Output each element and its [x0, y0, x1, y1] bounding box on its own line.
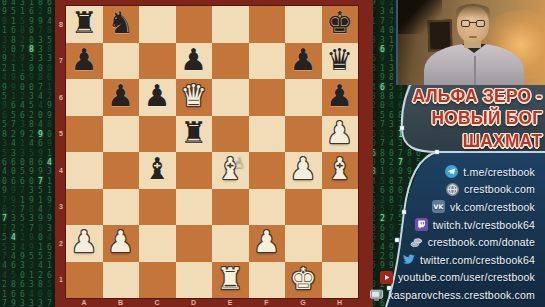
file-label-H: H: [334, 299, 346, 306]
file-label-E: E: [224, 299, 236, 306]
square-c8: [139, 6, 176, 43]
link-label: t.me/crestbook: [463, 166, 535, 178]
title-line-2: НОВЫЙ БОГ: [412, 107, 542, 129]
presenter-mouth: [469, 36, 477, 38]
square-d7: ♟: [176, 43, 213, 80]
square-b7: [103, 43, 140, 80]
square-f7: [249, 43, 286, 80]
square-d2: [176, 225, 213, 262]
piece-black-rook-d5: ♜: [180, 118, 207, 148]
twitter-icon: [402, 253, 415, 266]
thumbnail-canvas: { "game": "chess", "position": { "fen": …: [0, 0, 545, 307]
glasses: [461, 20, 485, 27]
square-g4: ♟: [285, 152, 322, 189]
square-a8: ♜: [66, 6, 103, 43]
square-g7: ♟: [285, 43, 322, 80]
link-label: vk.com/crestbook: [450, 201, 535, 213]
square-h5: ♟: [322, 116, 359, 153]
rank-label-4: 4: [57, 167, 65, 174]
link-telegram[interactable]: t.me/crestbook: [380, 163, 540, 181]
square-d4: [176, 152, 213, 189]
link-tv[interactable]: kasparovchess.crestbook.com: [380, 286, 540, 304]
square-e8: [212, 6, 249, 43]
square-h7: ♛: [322, 43, 359, 80]
file-label-A: A: [78, 299, 90, 306]
square-e2: [212, 225, 249, 262]
square-b2: ♟: [103, 225, 140, 262]
piece-white-king-g1: ♚: [290, 264, 317, 294]
square-h3: [322, 189, 359, 226]
link-youtube[interactable]: youtube.com/user/crestbook: [380, 269, 540, 287]
square-b3: [103, 189, 140, 226]
piece-black-rook-a8: ♜: [71, 8, 98, 38]
link-label: crestbook.com/donate: [428, 236, 535, 248]
square-b8: ♞: [103, 6, 140, 43]
link-donate[interactable]: crestbook.com/donate: [380, 233, 540, 251]
donate-icon: [410, 236, 423, 249]
piece-black-king-h8: ♚: [326, 8, 353, 38]
piece-black-pawn-a7: ♟: [71, 45, 98, 75]
square-g6: [285, 79, 322, 116]
square-a3: [66, 189, 103, 226]
piece-black-pawn-d7: ♟: [180, 45, 207, 75]
square-d3: [176, 189, 213, 226]
square-e3: [212, 189, 249, 226]
webcam-video: [396, 0, 545, 85]
tv-icon: [370, 288, 383, 301]
square-a7: ♟: [66, 43, 103, 80]
square-a1: [66, 262, 103, 299]
square-f8: [249, 6, 286, 43]
square-f1: [249, 262, 286, 299]
piece-black-pawn-b6: ♟: [107, 81, 134, 111]
piece-black-pawn-h6: ♟: [326, 81, 353, 111]
square-f2: ♟: [249, 225, 286, 262]
sweater-zipper: [474, 56, 476, 85]
square-h4: ♝: [322, 152, 359, 189]
file-label-G: G: [297, 299, 309, 306]
square-c5: [139, 116, 176, 153]
file-label-F: F: [261, 299, 273, 306]
square-c1: [139, 262, 176, 299]
link-label: twitter.com/crestbook64: [420, 254, 535, 266]
square-g1: ♚: [285, 262, 322, 299]
vk-icon: VK: [432, 200, 445, 213]
square-c3: [139, 189, 176, 226]
square-c4: ♝: [139, 152, 176, 189]
square-d6: ♛: [176, 79, 213, 116]
square-g3: [285, 189, 322, 226]
square-c7: [139, 43, 176, 80]
piece-black-knight-b8: ♞: [107, 8, 134, 38]
square-g2: [285, 225, 322, 262]
square-f6: [249, 79, 286, 116]
rank-label-7: 7: [57, 57, 65, 64]
twitch-icon: [415, 218, 428, 231]
file-label-D: D: [188, 299, 200, 306]
rank-label-3: 3: [57, 203, 65, 210]
stream-title: АЛЬФА ЗЕРО - НОВЫЙ БОГ ШАХМАТ: [412, 85, 542, 152]
square-e1: ♜: [212, 262, 249, 299]
square-b5: [103, 116, 140, 153]
square-c2: [139, 225, 176, 262]
chess-board: ♜♞♚♟♟♟♛♟♟♛♟♜♟♝♝♟♝♟♟♟♜♚ 87654321ABCDEFGH …: [55, 0, 373, 307]
rank-label-8: 8: [57, 21, 65, 28]
piece-white-pawn-h5: ♟: [326, 118, 353, 148]
square-b6: ♟: [103, 79, 140, 116]
square-d8: [176, 6, 213, 43]
piece-black-queen-h7: ♛: [326, 45, 353, 75]
file-label-C: C: [151, 299, 163, 306]
piece-black-pawn-c6: ♟: [144, 81, 171, 111]
square-a2: ♟: [66, 225, 103, 262]
presenter-torso: [424, 44, 524, 85]
square-d5: ♜: [176, 116, 213, 153]
piece-white-pawn-g4: ♟: [290, 154, 317, 184]
square-f4: [249, 152, 286, 189]
rank-label-1: 1: [57, 276, 65, 283]
piece-white-queen-d6: ♛: [180, 81, 207, 111]
shadow-corner: [398, 0, 442, 34]
square-e7: [212, 43, 249, 80]
board-grid: ♜♞♚♟♟♟♛♟♟♛♟♜♟♝♝♟♝♟♟♟♜♚: [66, 6, 358, 298]
piece-white-pawn-a2: ♟: [71, 227, 98, 257]
link-twitter[interactable]: twitter.com/crestbook64: [380, 251, 540, 269]
square-e5: [212, 116, 249, 153]
social-links-panel: t.me/crestbookcrestbook.comVKvk.com/cres…: [380, 163, 540, 304]
square-f5: [249, 116, 286, 153]
square-b4: [103, 152, 140, 189]
presenter-hair: [456, 4, 490, 18]
link-twitch[interactable]: twitch.tv/crestbook64: [380, 216, 540, 234]
square-d1: [176, 262, 213, 299]
rank-label-6: 6: [57, 94, 65, 101]
link-vk[interactable]: VKvk.com/crestbook: [380, 198, 540, 216]
globe-icon: [446, 183, 459, 196]
square-g5: [285, 116, 322, 153]
youtube-icon: [380, 271, 393, 284]
square-h2: [322, 225, 359, 262]
square-a4: [66, 152, 103, 189]
telegram-icon: [445, 165, 458, 178]
link-label: youtube.com/user/crestbook: [398, 271, 535, 283]
svg-text:VK: VK: [434, 204, 444, 211]
square-h6: ♟: [322, 79, 359, 116]
piece-white-pawn-b2: ♟: [107, 227, 134, 257]
square-c6: ♟: [139, 79, 176, 116]
link-label: twitch.tv/crestbook64: [433, 219, 535, 231]
link-label: crestbook.com: [464, 183, 535, 195]
title-line-3: ШАХМАТ: [412, 130, 542, 152]
rank-label-5: 5: [57, 130, 65, 137]
square-a6: [66, 79, 103, 116]
piece-white-bishop-h4: ♝: [326, 154, 353, 184]
file-label-B: B: [115, 299, 127, 306]
title-line-1: АЛЬФА ЗЕРО -: [412, 85, 542, 107]
square-f3: [249, 189, 286, 226]
square-a5: [66, 116, 103, 153]
piece-white-rook-e1: ♜: [217, 264, 244, 294]
piece-white-pawn-f2: ♟: [253, 227, 280, 257]
piece-black-pawn-g7: ♟: [290, 45, 317, 75]
square-h8: ♚: [322, 6, 359, 43]
square-h1: [322, 262, 359, 299]
link-label: kasparovchess.crestbook.com: [388, 289, 535, 301]
square-e6: [212, 79, 249, 116]
link-globe[interactable]: crestbook.com: [380, 181, 540, 199]
square-b1: [103, 262, 140, 299]
piece-black-bishop-c4: ♝: [144, 154, 171, 184]
square-g8: [285, 6, 322, 43]
rank-label-2: 2: [57, 240, 65, 247]
